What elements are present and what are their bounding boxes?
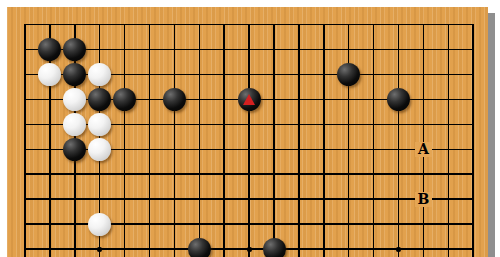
black-stone (238, 88, 261, 111)
grid-line-vertical (273, 24, 275, 257)
point-label-B[interactable]: B (415, 192, 432, 207)
grid-line-vertical (472, 24, 474, 257)
grid-line-vertical (174, 24, 176, 257)
white-stone (88, 213, 111, 236)
grid-line-vertical (199, 24, 201, 257)
grid-line-vertical (448, 24, 450, 257)
black-stone (188, 238, 211, 257)
black-stone (38, 38, 61, 61)
grid-line-horizontal (24, 173, 474, 175)
grid-line-horizontal (24, 198, 474, 200)
go-board[interactable]: AB (7, 7, 488, 257)
black-stone (63, 63, 86, 86)
white-stone (88, 138, 111, 161)
point-label-A[interactable]: A (415, 142, 432, 157)
black-stone (337, 63, 360, 86)
grid-line-vertical (398, 24, 400, 257)
black-stone (88, 88, 111, 111)
black-stone (387, 88, 410, 111)
grid-line-vertical (24, 24, 26, 257)
star-point (97, 247, 102, 252)
triangle-marker (243, 94, 255, 105)
grid-line-horizontal (24, 24, 474, 26)
white-stone (63, 88, 86, 111)
black-stone (63, 138, 86, 161)
grid-line-vertical (323, 24, 325, 257)
grid-line-vertical (348, 24, 350, 257)
grid-line-vertical (373, 24, 375, 257)
grid-line-vertical (149, 24, 151, 257)
black-stone (163, 88, 186, 111)
star-point (247, 247, 252, 252)
grid-line-vertical (248, 24, 250, 257)
grid-line-vertical (298, 24, 300, 257)
white-stone (88, 113, 111, 136)
black-stone (63, 38, 86, 61)
white-stone (88, 63, 111, 86)
grid-line-vertical (223, 24, 225, 257)
grid-line-horizontal (24, 49, 474, 51)
white-stone (38, 63, 61, 86)
black-stone (263, 238, 286, 257)
board-shadow (488, 13, 495, 257)
go-diagram-page: AB (0, 0, 500, 257)
white-stone (63, 113, 86, 136)
black-stone (113, 88, 136, 111)
grid-line-vertical (124, 24, 126, 257)
star-point (396, 247, 401, 252)
